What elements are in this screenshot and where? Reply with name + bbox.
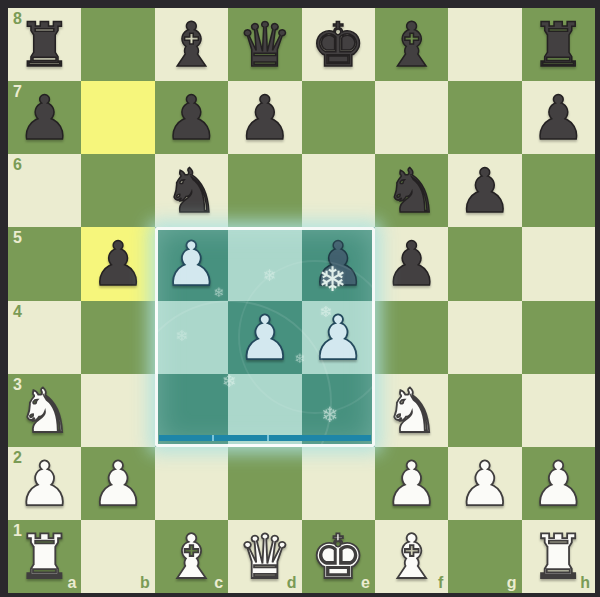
square-c7[interactable]: ♟ [155, 81, 228, 154]
square-g7[interactable] [448, 81, 521, 154]
square-e4[interactable]: ♟ [302, 301, 375, 374]
square-g1[interactable]: g [448, 520, 521, 593]
square-a8[interactable]: 8♜ [8, 8, 81, 81]
square-f3[interactable]: ♞ [375, 374, 448, 447]
white-pawn-d4[interactable]: ♟ [237, 307, 292, 368]
white-pawn-h2[interactable]: ♟ [531, 453, 586, 514]
black-pawn-b5[interactable]: ♟ [91, 233, 146, 294]
square-g3[interactable] [448, 374, 521, 447]
file-label-h: h [580, 574, 590, 592]
file-label-c: c [214, 574, 223, 592]
square-f5[interactable]: ♟ [375, 227, 448, 300]
rank-label-7: 7 [13, 83, 22, 101]
square-g4[interactable] [448, 301, 521, 374]
rank-label-5: 5 [13, 229, 22, 247]
square-h5[interactable] [522, 227, 595, 300]
white-knight-f3[interactable]: ♞ [384, 380, 439, 441]
square-c2[interactable] [155, 447, 228, 520]
square-a1[interactable]: 1a♜ [8, 520, 81, 593]
square-b7[interactable] [81, 81, 154, 154]
square-f1[interactable]: f♝ [375, 520, 448, 593]
square-c1[interactable]: c♝ [155, 520, 228, 593]
black-knight-f6[interactable]: ♞ [384, 160, 439, 221]
black-knight-c6[interactable]: ♞ [164, 160, 219, 221]
square-a2[interactable]: 2♟ [8, 447, 81, 520]
white-bishop-c1[interactable]: ♝ [164, 526, 219, 587]
square-b8[interactable] [81, 8, 154, 81]
file-label-e: e [361, 574, 370, 592]
rank-label-6: 6 [13, 156, 22, 174]
square-h7[interactable]: ♟ [522, 81, 595, 154]
square-b3[interactable] [81, 374, 154, 447]
square-b2[interactable]: ♟ [81, 447, 154, 520]
square-e5[interactable]: ♟ [302, 227, 375, 300]
black-pawn-e5[interactable]: ♟ [311, 233, 366, 294]
square-f6[interactable]: ♞ [375, 154, 448, 227]
black-pawn-a7[interactable]: ♟ [17, 87, 72, 148]
square-a4[interactable]: 4 [8, 301, 81, 374]
square-a7[interactable]: 7♟ [8, 81, 81, 154]
square-e3[interactable] [302, 374, 375, 447]
square-a6[interactable]: 6 [8, 154, 81, 227]
square-c3[interactable] [155, 374, 228, 447]
rank-label-4: 4 [13, 303, 22, 321]
black-pawn-g6[interactable]: ♟ [458, 160, 513, 221]
square-b5[interactable]: ♟ [81, 227, 154, 300]
square-g8[interactable] [448, 8, 521, 81]
square-f4[interactable] [375, 301, 448, 374]
square-f2[interactable]: ♟ [375, 447, 448, 520]
black-bishop-f8[interactable]: ♝ [384, 14, 439, 75]
white-pawn-e4[interactable]: ♟ [311, 307, 366, 368]
square-e7[interactable] [302, 81, 375, 154]
square-c8[interactable]: ♝ [155, 8, 228, 81]
square-d7[interactable]: ♟ [228, 81, 301, 154]
white-pawn-b2[interactable]: ♟ [91, 453, 146, 514]
white-bishop-f1[interactable]: ♝ [384, 526, 439, 587]
square-d6[interactable] [228, 154, 301, 227]
square-d4[interactable]: ♟ [228, 301, 301, 374]
white-pawn-g2[interactable]: ♟ [458, 453, 513, 514]
square-g5[interactable] [448, 227, 521, 300]
square-g2[interactable]: ♟ [448, 447, 521, 520]
square-a5[interactable]: 5 [8, 227, 81, 300]
square-f8[interactable]: ♝ [375, 8, 448, 81]
square-h8[interactable]: ♜ [522, 8, 595, 81]
square-d8[interactable]: ♛ [228, 8, 301, 81]
square-h3[interactable] [522, 374, 595, 447]
square-a3[interactable]: 3♞ [8, 374, 81, 447]
square-e6[interactable] [302, 154, 375, 227]
white-pawn-f2[interactable]: ♟ [384, 453, 439, 514]
square-c4[interactable] [155, 301, 228, 374]
file-label-g: g [507, 574, 517, 592]
white-rook-h1[interactable]: ♜ [531, 526, 586, 587]
square-b1[interactable]: b [81, 520, 154, 593]
square-d3[interactable] [228, 374, 301, 447]
rank-label-3: 3 [13, 376, 22, 394]
square-h1[interactable]: h♜ [522, 520, 595, 593]
white-king-e1[interactable]: ♚ [311, 526, 366, 587]
rank-label-8: 8 [13, 10, 22, 28]
square-e8[interactable]: ♚ [302, 8, 375, 81]
square-h4[interactable] [522, 301, 595, 374]
black-rook-h8[interactable]: ♜ [531, 14, 586, 75]
file-label-f: f [438, 574, 443, 592]
black-pawn-c7[interactable]: ♟ [164, 87, 219, 148]
white-pawn-a2[interactable]: ♟ [17, 453, 72, 514]
file-label-a: a [67, 574, 76, 592]
square-e1[interactable]: e♚ [302, 520, 375, 593]
black-pawn-f5[interactable]: ♟ [384, 233, 439, 294]
square-f7[interactable] [375, 81, 448, 154]
black-pawn-d7[interactable]: ♟ [237, 87, 292, 148]
rank-label-1: 1 [13, 522, 22, 540]
file-label-d: d [287, 574, 297, 592]
white-rook-a1[interactable]: ♜ [17, 526, 72, 587]
square-d5[interactable] [228, 227, 301, 300]
square-c5[interactable]: ♟ [155, 227, 228, 300]
black-bishop-c8[interactable]: ♝ [164, 14, 219, 75]
file-label-b: b [140, 574, 150, 592]
square-g6[interactable]: ♟ [448, 154, 521, 227]
square-e2[interactable] [302, 447, 375, 520]
white-queen-d1[interactable]: ♛ [237, 526, 292, 587]
chess-board[interactable]: 8♜♝♛♚♝♜7♟♟♟♟6♞♞♟5♟♟♟♟4♟♟3♞♞2♟♟♟♟♟1a♜bc♝d… [8, 8, 595, 593]
white-knight-a3[interactable]: ♞ [17, 380, 72, 441]
square-h6[interactable] [522, 154, 595, 227]
square-b4[interactable] [81, 301, 154, 374]
black-pawn-h7[interactable]: ♟ [531, 87, 586, 148]
square-d1[interactable]: d♛ [228, 520, 301, 593]
square-d2[interactable] [228, 447, 301, 520]
white-pawn-c5[interactable]: ♟ [164, 233, 219, 294]
square-b6[interactable] [81, 154, 154, 227]
black-rook-a8[interactable]: ♜ [17, 14, 72, 75]
black-king-e8[interactable]: ♚ [311, 14, 366, 75]
black-queen-d8[interactable]: ♛ [237, 14, 292, 75]
rank-label-2: 2 [13, 449, 22, 467]
square-c6[interactable]: ♞ [155, 154, 228, 227]
square-h2[interactable]: ♟ [522, 447, 595, 520]
